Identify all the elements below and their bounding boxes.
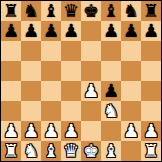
square-d3[interactable] — [61, 101, 81, 121]
square-b8[interactable]: ♞ — [21, 1, 41, 21]
square-a5[interactable] — [1, 61, 21, 81]
chess-board-frame: ♜♞♝♛♚♝♞♜♟♟♟♟♟♟♟♟♟♞♟♟♟♟♟♟♜♞♝♛♚♝♜ — [0, 0, 162, 162]
square-e3[interactable] — [81, 101, 101, 121]
square-e2[interactable] — [81, 121, 101, 141]
piece-white-pawn[interactable]: ♟ — [43, 121, 59, 141]
square-b7[interactable]: ♟ — [21, 21, 41, 41]
square-c5[interactable] — [41, 61, 61, 81]
square-g6[interactable] — [121, 41, 141, 61]
square-a8[interactable]: ♜ — [1, 1, 21, 21]
square-g4[interactable] — [121, 81, 141, 101]
piece-black-bishop[interactable]: ♝ — [103, 1, 119, 21]
square-a6[interactable] — [1, 41, 21, 61]
square-b2[interactable]: ♟ — [21, 121, 41, 141]
piece-black-pawn[interactable]: ♟ — [103, 81, 119, 101]
square-b4[interactable] — [21, 81, 41, 101]
square-f3[interactable]: ♞ — [101, 101, 121, 121]
piece-black-queen[interactable]: ♛ — [63, 1, 79, 21]
square-f5[interactable] — [101, 61, 121, 81]
piece-black-rook[interactable]: ♜ — [3, 1, 19, 21]
square-g8[interactable]: ♞ — [121, 1, 141, 21]
chess-board: ♜♞♝♛♚♝♞♜♟♟♟♟♟♟♟♟♟♞♟♟♟♟♟♟♜♞♝♛♚♝♜ — [1, 1, 161, 161]
piece-black-pawn[interactable]: ♟ — [43, 21, 59, 41]
piece-black-pawn[interactable]: ♟ — [143, 21, 159, 41]
square-c8[interactable]: ♝ — [41, 1, 61, 21]
piece-black-pawn[interactable]: ♟ — [23, 21, 39, 41]
piece-black-king[interactable]: ♚ — [83, 1, 99, 21]
square-a1[interactable]: ♜ — [1, 141, 21, 161]
piece-black-knight[interactable]: ♞ — [23, 1, 39, 21]
square-d2[interactable]: ♟ — [61, 121, 81, 141]
square-h5[interactable] — [141, 61, 161, 81]
piece-white-queen[interactable]: ♛ — [63, 141, 79, 161]
square-g2[interactable]: ♟ — [121, 121, 141, 141]
square-d8[interactable]: ♛ — [61, 1, 81, 21]
square-d4[interactable] — [61, 81, 81, 101]
square-d5[interactable] — [61, 61, 81, 81]
square-c2[interactable]: ♟ — [41, 121, 61, 141]
piece-white-pawn[interactable]: ♟ — [83, 81, 99, 101]
square-e8[interactable]: ♚ — [81, 1, 101, 21]
piece-white-pawn[interactable]: ♟ — [3, 121, 19, 141]
piece-black-knight[interactable]: ♞ — [123, 1, 139, 21]
square-b6[interactable] — [21, 41, 41, 61]
piece-black-pawn[interactable]: ♟ — [103, 21, 119, 41]
square-f8[interactable]: ♝ — [101, 1, 121, 21]
square-c7[interactable]: ♟ — [41, 21, 61, 41]
square-d6[interactable] — [61, 41, 81, 61]
piece-white-bishop[interactable]: ♝ — [43, 141, 59, 161]
piece-white-rook[interactable]: ♜ — [143, 141, 159, 161]
piece-white-bishop[interactable]: ♝ — [103, 141, 119, 161]
square-a3[interactable] — [1, 101, 21, 121]
square-h3[interactable] — [141, 101, 161, 121]
square-f6[interactable] — [101, 41, 121, 61]
square-f4[interactable]: ♟ — [101, 81, 121, 101]
square-a7[interactable]: ♟ — [1, 21, 21, 41]
square-h6[interactable] — [141, 41, 161, 61]
piece-black-rook[interactable]: ♜ — [143, 1, 159, 21]
square-d7[interactable]: ♟ — [61, 21, 81, 41]
square-f2[interactable] — [101, 121, 121, 141]
piece-white-rook[interactable]: ♜ — [3, 141, 19, 161]
square-a4[interactable] — [1, 81, 21, 101]
square-g7[interactable]: ♟ — [121, 21, 141, 41]
square-g5[interactable] — [121, 61, 141, 81]
square-d1[interactable]: ♛ — [61, 141, 81, 161]
piece-white-pawn[interactable]: ♟ — [123, 121, 139, 141]
square-g1[interactable] — [121, 141, 141, 161]
square-h4[interactable] — [141, 81, 161, 101]
square-e4[interactable]: ♟ — [81, 81, 101, 101]
piece-white-knight[interactable]: ♞ — [23, 141, 39, 161]
square-e1[interactable]: ♚ — [81, 141, 101, 161]
square-h7[interactable]: ♟ — [141, 21, 161, 41]
piece-black-pawn[interactable]: ♟ — [63, 21, 79, 41]
piece-white-knight[interactable]: ♞ — [103, 101, 119, 121]
square-f7[interactable]: ♟ — [101, 21, 121, 41]
square-c3[interactable] — [41, 101, 61, 121]
square-b1[interactable]: ♞ — [21, 141, 41, 161]
piece-black-pawn[interactable]: ♟ — [3, 21, 19, 41]
piece-white-pawn[interactable]: ♟ — [143, 121, 159, 141]
square-f1[interactable]: ♝ — [101, 141, 121, 161]
square-c6[interactable] — [41, 41, 61, 61]
square-c1[interactable]: ♝ — [41, 141, 61, 161]
piece-black-bishop[interactable]: ♝ — [43, 1, 59, 21]
square-c4[interactable] — [41, 81, 61, 101]
square-h1[interactable]: ♜ — [141, 141, 161, 161]
square-a2[interactable]: ♟ — [1, 121, 21, 141]
square-e7[interactable] — [81, 21, 101, 41]
square-b3[interactable] — [21, 101, 41, 121]
square-e5[interactable] — [81, 61, 101, 81]
square-h8[interactable]: ♜ — [141, 1, 161, 21]
piece-white-pawn[interactable]: ♟ — [23, 121, 39, 141]
square-g3[interactable] — [121, 101, 141, 121]
square-h2[interactable]: ♟ — [141, 121, 161, 141]
piece-black-pawn[interactable]: ♟ — [123, 21, 139, 41]
piece-white-pawn[interactable]: ♟ — [63, 121, 79, 141]
square-e6[interactable] — [81, 41, 101, 61]
square-b5[interactable] — [21, 61, 41, 81]
piece-white-king[interactable]: ♚ — [83, 141, 99, 161]
